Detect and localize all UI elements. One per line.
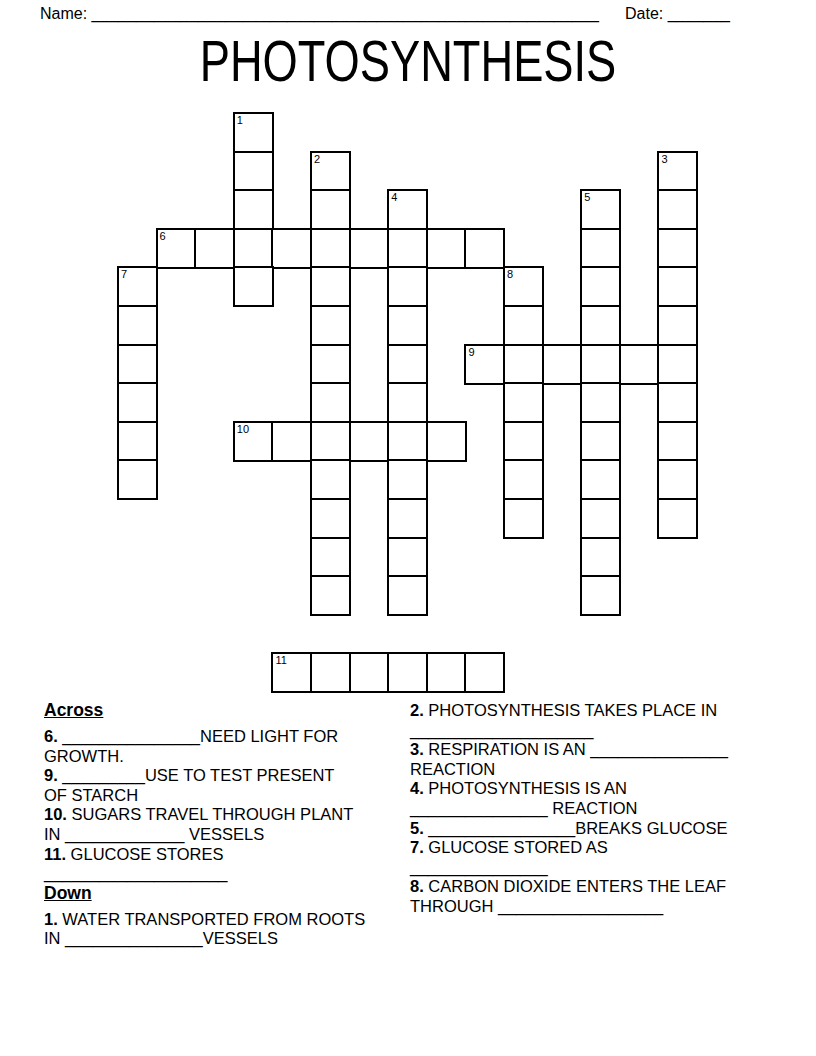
grid-cell[interactable] <box>387 575 428 616</box>
clue-number: 5 <box>584 191 590 204</box>
grid-cell[interactable] <box>580 575 621 616</box>
grid-cell[interactable] <box>580 537 621 578</box>
clue-number-label: 4. <box>410 779 424 797</box>
grid-cell[interactable] <box>387 652 428 693</box>
grid-cell[interactable] <box>464 652 505 693</box>
clue-text: PHOTOSYNTHESIS TAKES PLACE IN __________… <box>410 701 717 739</box>
grid-cell[interactable] <box>426 652 467 693</box>
clue-number-label: 11. <box>44 845 66 863</box>
grid-cell[interactable] <box>426 421 467 462</box>
clue: 1. WATER TRANSPORTED FROM ROOTS IN _____… <box>44 910 410 949</box>
grid-cell[interactable] <box>233 228 274 269</box>
grid-cell[interactable]: 5 <box>580 189 621 230</box>
grid-cell[interactable] <box>657 305 698 346</box>
grid-cell[interactable] <box>117 459 158 500</box>
grid-cell[interactable] <box>310 266 351 307</box>
grid-cell[interactable] <box>580 266 621 307</box>
grid-cell[interactable]: 7 <box>117 266 158 307</box>
grid-cell[interactable] <box>387 344 428 385</box>
clue: 10. SUGARS TRAVEL THROUGH PLANT IN _____… <box>44 805 410 844</box>
across-heading: Across <box>44 701 410 720</box>
grid-cell[interactable] <box>657 228 698 269</box>
grid-cell[interactable] <box>117 344 158 385</box>
grid-cell[interactable] <box>310 344 351 385</box>
name-line[interactable]: ________________________________________… <box>92 5 599 22</box>
clue-number: 7 <box>121 268 127 281</box>
clue: 5. ________________BREAKS GLUCOSE <box>410 819 810 839</box>
grid-cell[interactable]: 1 <box>233 112 274 153</box>
clue-number-label: 7. <box>410 838 424 856</box>
grid-cell[interactable] <box>657 344 698 385</box>
grid-cell[interactable] <box>310 652 351 693</box>
grid-cell[interactable] <box>657 421 698 462</box>
date-line[interactable]: _______ <box>668 5 730 22</box>
clues-left-column: Across 6. _______________NEED LIGHT FOR … <box>44 701 410 949</box>
worksheet-page: Name: __________________________________… <box>0 0 816 1056</box>
grid-cell[interactable] <box>387 228 428 269</box>
clue: 2. PHOTOSYNTHESIS TAKES PLACE IN _______… <box>410 701 810 740</box>
down-clues-right: 2. PHOTOSYNTHESIS TAKES PLACE IN _______… <box>410 701 810 917</box>
clue-number-label: 8. <box>410 877 424 895</box>
grid-cell[interactable] <box>464 228 505 269</box>
clue-text: RESPIRATION IS AN _______________ REACTI… <box>410 740 728 778</box>
clue-number: 9 <box>468 346 474 359</box>
grid-cell[interactable]: 4 <box>387 189 428 230</box>
grid-cell[interactable] <box>117 305 158 346</box>
clue-text: WATER TRANSPORTED FROM ROOTS IN ________… <box>44 910 365 948</box>
grid-cell[interactable] <box>657 266 698 307</box>
clue-number-label: 10. <box>44 805 67 823</box>
grid-cell[interactable]: 11 <box>271 652 312 693</box>
clue-text: SUGARS TRAVEL THROUGH PLANT IN _________… <box>44 805 353 843</box>
grid-cell[interactable] <box>387 459 428 500</box>
clue: 11. GLUCOSE STORES ____________________ <box>44 845 410 884</box>
grid-cell[interactable] <box>310 421 351 462</box>
grid-cell[interactable] <box>233 266 274 307</box>
clue-number: 3 <box>661 153 667 166</box>
grid-cell[interactable] <box>310 189 351 230</box>
grid-cell[interactable] <box>580 459 621 500</box>
grid-cell[interactable] <box>503 421 544 462</box>
clue-number-label: 3. <box>410 740 424 758</box>
grid-cell[interactable] <box>387 305 428 346</box>
grid-cell[interactable] <box>194 228 235 269</box>
crossword-grid: 1234567891011 <box>117 112 699 694</box>
date-label: Date: <box>625 5 663 22</box>
grid-cell[interactable] <box>349 228 390 269</box>
clue-text: _________USE TO TEST PRESENT OF STARCH <box>44 766 334 804</box>
grid-cell[interactable]: 3 <box>657 151 698 192</box>
down-heading: Down <box>44 884 410 903</box>
grid-cell[interactable] <box>657 459 698 500</box>
grid-cell[interactable] <box>503 344 544 385</box>
clue-number: 2 <box>314 153 320 166</box>
name-label: Name: <box>40 5 87 22</box>
clue-number-label: 1. <box>44 910 58 928</box>
clue-number: 11 <box>275 654 286 667</box>
grid-cell[interactable] <box>233 151 274 192</box>
grid-cell[interactable] <box>310 537 351 578</box>
grid-cell[interactable]: 8 <box>503 266 544 307</box>
page-title: PHOTOSYNTHESIS <box>90 31 726 91</box>
across-clues: 6. _______________NEED LIGHT FOR GROWTH.… <box>44 727 410 884</box>
clue: 6. _______________NEED LIGHT FOR GROWTH. <box>44 727 410 766</box>
grid-cell[interactable] <box>503 382 544 423</box>
clue-text: CARBON DIOXIDE ENTERS THE LEAF THROUGH _… <box>410 877 726 915</box>
grid-cell[interactable] <box>117 421 158 462</box>
grid-cell[interactable] <box>503 498 544 539</box>
clue: 7. GLUCOSE STORED AS _______________ <box>410 838 810 877</box>
clue-text: GLUCOSE STORES ____________________ <box>44 845 228 883</box>
grid-cell[interactable] <box>619 344 660 385</box>
grid-cell[interactable]: 2 <box>310 151 351 192</box>
down-clues-left: 1. WATER TRANSPORTED FROM ROOTS IN _____… <box>44 910 410 949</box>
grid-cell[interactable] <box>387 421 428 462</box>
clue-text: PHOTOSYNTHESIS IS AN _______________ REA… <box>410 779 638 817</box>
clue-text: GLUCOSE STORED AS _______________ <box>410 838 608 876</box>
grid-cell[interactable] <box>310 305 351 346</box>
grid-cell[interactable] <box>117 382 158 423</box>
clue-number-label: 5. <box>410 819 424 837</box>
grid-cell[interactable] <box>349 652 390 693</box>
grid-cell[interactable] <box>387 537 428 578</box>
clue-number: 4 <box>391 191 397 204</box>
grid-cell[interactable] <box>233 189 274 230</box>
grid-cell[interactable] <box>310 228 351 269</box>
clue-number-label: 9. <box>44 766 58 784</box>
grid-cell[interactable]: 10 <box>233 421 274 462</box>
grid-cell[interactable]: 9 <box>464 344 505 385</box>
clue-number-label: 2. <box>410 701 424 719</box>
clue-text: ________________BREAKS GLUCOSE <box>424 819 728 837</box>
name-field: Name: __________________________________… <box>40 4 599 24</box>
clue: 8. CARBON DIOXIDE ENTERS THE LEAF THROUG… <box>410 877 810 916</box>
grid-cell[interactable] <box>580 382 621 423</box>
clue: 9. _________USE TO TEST PRESENT OF STARC… <box>44 766 410 805</box>
clue-number-label: 6. <box>44 727 58 745</box>
clue-number: 1 <box>237 114 243 127</box>
grid-cell[interactable] <box>580 305 621 346</box>
grid-cell[interactable] <box>387 498 428 539</box>
clue-text: _______________NEED LIGHT FOR GROWTH. <box>44 727 338 765</box>
grid-cell[interactable] <box>271 421 312 462</box>
grid-cell[interactable] <box>349 421 390 462</box>
clue-number: 10 <box>237 423 249 436</box>
grid-cell[interactable] <box>426 228 467 269</box>
grid-cell[interactable] <box>310 498 351 539</box>
grid-cell[interactable] <box>580 344 621 385</box>
grid-cell[interactable] <box>580 228 621 269</box>
grid-cell[interactable] <box>542 344 583 385</box>
grid-cell[interactable] <box>503 459 544 500</box>
grid-cell[interactable] <box>580 498 621 539</box>
grid-cell[interactable] <box>310 382 351 423</box>
clue-number: 8 <box>507 268 513 281</box>
grid-cell[interactable] <box>387 382 428 423</box>
grid-cell[interactable] <box>271 228 312 269</box>
grid-cell[interactable] <box>657 189 698 230</box>
clue: 3. RESPIRATION IS AN _______________ REA… <box>410 740 810 779</box>
grid-cell[interactable] <box>657 382 698 423</box>
clue-number: 6 <box>160 230 166 243</box>
grid-cell[interactable] <box>387 266 428 307</box>
grid-cell[interactable]: 6 <box>156 228 197 269</box>
grid-cell[interactable] <box>657 498 698 539</box>
grid-cell[interactable] <box>310 575 351 616</box>
grid-cell[interactable] <box>580 421 621 462</box>
clues-right-column: 2. PHOTOSYNTHESIS TAKES PLACE IN _______… <box>410 701 810 917</box>
grid-cell[interactable] <box>310 459 351 500</box>
grid-cell[interactable] <box>503 305 544 346</box>
date-field: Date: _______ <box>625 4 730 24</box>
clue: 4. PHOTOSYNTHESIS IS AN _______________ … <box>410 779 810 818</box>
